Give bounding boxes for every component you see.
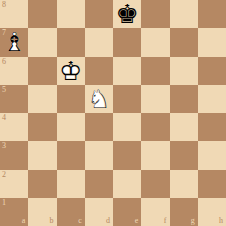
rank-label-3: 3 — [2, 142, 6, 150]
rank-label-4: 4 — [2, 114, 6, 122]
file-label-d: d — [106, 217, 110, 225]
square-c3[interactable] — [57, 141, 85, 169]
square-c7[interactable] — [57, 28, 85, 56]
square-b1[interactable]: b — [28, 198, 56, 226]
square-g6[interactable] — [170, 57, 198, 85]
square-e1[interactable]: e — [113, 198, 141, 226]
square-f8[interactable] — [141, 0, 169, 28]
square-a6[interactable]: 6 — [0, 57, 28, 85]
square-c1[interactable]: c — [57, 198, 85, 226]
square-c5[interactable] — [57, 85, 85, 113]
file-label-g: g — [191, 217, 195, 225]
file-label-h: h — [219, 217, 223, 225]
square-e5[interactable] — [113, 85, 141, 113]
square-g7[interactable] — [170, 28, 198, 56]
square-h3[interactable] — [198, 141, 226, 169]
piece-white-knight[interactable]: ♞♘ — [85, 85, 113, 113]
rank-label-1: 1 — [2, 199, 6, 207]
square-f7[interactable] — [141, 28, 169, 56]
square-f6[interactable] — [141, 57, 169, 85]
square-b3[interactable] — [28, 141, 56, 169]
white-king-outline-glyph: ♔ — [59, 57, 82, 85]
square-f3[interactable] — [141, 141, 169, 169]
file-label-c: c — [78, 217, 82, 225]
square-d2[interactable] — [85, 170, 113, 198]
square-h8[interactable] — [198, 0, 226, 28]
file-label-e: e — [135, 217, 139, 225]
square-e6[interactable] — [113, 57, 141, 85]
square-a7[interactable]: 7♝♗ — [0, 28, 28, 56]
square-b8[interactable] — [28, 0, 56, 28]
square-d3[interactable] — [85, 141, 113, 169]
square-d5[interactable]: ♞♘ — [85, 85, 113, 113]
square-a8[interactable]: 8 — [0, 0, 28, 28]
white-bishop-outline-glyph: ♗ — [2, 28, 25, 56]
square-g1[interactable]: g — [170, 198, 198, 226]
file-label-a: a — [22, 217, 26, 225]
rank-label-8: 8 — [2, 1, 6, 9]
square-b4[interactable] — [28, 113, 56, 141]
square-c4[interactable] — [57, 113, 85, 141]
square-h5[interactable] — [198, 85, 226, 113]
square-g5[interactable] — [170, 85, 198, 113]
square-e4[interactable] — [113, 113, 141, 141]
black-king-glyph: ♚ — [115, 0, 138, 28]
square-a4[interactable]: 4 — [0, 113, 28, 141]
square-g3[interactable] — [170, 141, 198, 169]
square-c8[interactable] — [57, 0, 85, 28]
square-b2[interactable] — [28, 170, 56, 198]
square-g2[interactable] — [170, 170, 198, 198]
square-d6[interactable] — [85, 57, 113, 85]
rank-label-5: 5 — [2, 86, 6, 94]
square-e7[interactable] — [113, 28, 141, 56]
square-c2[interactable] — [57, 170, 85, 198]
square-f1[interactable]: f — [141, 198, 169, 226]
square-h2[interactable] — [198, 170, 226, 198]
square-d1[interactable]: d — [85, 198, 113, 226]
square-e8[interactable]: ♚ — [113, 0, 141, 28]
square-e3[interactable] — [113, 141, 141, 169]
square-a2[interactable]: 2 — [0, 170, 28, 198]
rank-label-6: 6 — [2, 58, 6, 66]
square-d8[interactable] — [85, 0, 113, 28]
square-b6[interactable] — [28, 57, 56, 85]
square-g4[interactable] — [170, 113, 198, 141]
square-b5[interactable] — [28, 85, 56, 113]
file-label-b: b — [50, 217, 54, 225]
square-g8[interactable] — [170, 0, 198, 28]
square-a1[interactable]: 1a — [0, 198, 28, 226]
square-d7[interactable] — [85, 28, 113, 56]
square-b7[interactable] — [28, 28, 56, 56]
piece-black-king[interactable]: ♚ — [113, 0, 141, 28]
square-f4[interactable] — [141, 113, 169, 141]
chess-board: 8♚7♝♗6♚♔5♞♘4321abcdefgh — [0, 0, 226, 226]
square-d4[interactable] — [85, 113, 113, 141]
chess-board-wrap: 8♚7♝♗6♚♔5♞♘4321abcdefgh — [0, 0, 226, 226]
square-h4[interactable] — [198, 113, 226, 141]
square-f5[interactable] — [141, 85, 169, 113]
square-a3[interactable]: 3 — [0, 141, 28, 169]
square-e2[interactable] — [113, 170, 141, 198]
square-h1[interactable]: h — [198, 198, 226, 226]
piece-white-bishop[interactable]: ♝♗ — [0, 28, 28, 56]
piece-white-king[interactable]: ♚♔ — [57, 57, 85, 85]
white-knight-outline-glyph: ♘ — [87, 85, 110, 113]
square-c6[interactable]: ♚♔ — [57, 57, 85, 85]
file-label-f: f — [164, 217, 167, 225]
square-f2[interactable] — [141, 170, 169, 198]
rank-label-2: 2 — [2, 171, 6, 179]
square-h6[interactable] — [198, 57, 226, 85]
square-h7[interactable] — [198, 28, 226, 56]
square-a5[interactable]: 5 — [0, 85, 28, 113]
